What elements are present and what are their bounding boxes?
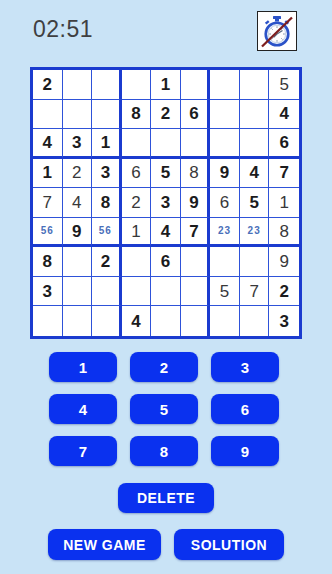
- cell-r9c9[interactable]: 3: [269, 306, 299, 336]
- cell-r8c5[interactable]: [151, 277, 181, 307]
- cell-r1c7[interactable]: [210, 70, 240, 100]
- cell-r4c7[interactable]: 9: [210, 159, 240, 189]
- cell-r5c9[interactable]: 1: [269, 188, 299, 218]
- cell-r2c3[interactable]: [92, 100, 122, 130]
- key-6[interactable]: 6: [211, 394, 279, 424]
- cell-r5c2[interactable]: 4: [63, 188, 93, 218]
- timer-toggle-button[interactable]: [257, 11, 297, 51]
- delete-button[interactable]: DELETE: [118, 483, 214, 513]
- cell-r4c6[interactable]: 8: [181, 159, 211, 189]
- cell-r4c8[interactable]: 4: [240, 159, 270, 189]
- cell-r2c1[interactable]: [33, 100, 63, 130]
- cell-r6c3[interactable]: 56: [92, 218, 122, 248]
- key-2[interactable]: 2: [130, 352, 198, 382]
- cell-r5c1[interactable]: 7: [33, 188, 63, 218]
- cell-r4c3[interactable]: 3: [92, 159, 122, 189]
- cell-r4c5[interactable]: 5: [151, 159, 181, 189]
- cell-r1c2[interactable]: [63, 70, 93, 100]
- game-timer: 02:51: [33, 16, 93, 43]
- cell-r8c1[interactable]: 3: [33, 277, 63, 307]
- key-3[interactable]: 3: [211, 352, 279, 382]
- key-1[interactable]: 1: [49, 352, 117, 382]
- cell-r1c1[interactable]: 2: [33, 70, 63, 100]
- cell-r6c4[interactable]: 1: [122, 218, 152, 248]
- cell-r2c5[interactable]: 2: [151, 100, 181, 130]
- cell-r5c5[interactable]: 3: [151, 188, 181, 218]
- cell-r6c8[interactable]: 23: [240, 218, 270, 248]
- cell-r2c7[interactable]: [210, 100, 240, 130]
- cell-r3c5[interactable]: [151, 129, 181, 159]
- cell-r2c8[interactable]: [240, 100, 270, 130]
- cell-r5c8[interactable]: 5: [240, 188, 270, 218]
- cell-r1c3[interactable]: [92, 70, 122, 100]
- cell-r7c3[interactable]: 2: [92, 247, 122, 277]
- cell-r3c9[interactable]: 6: [269, 129, 299, 159]
- cell-r3c4[interactable]: [122, 129, 152, 159]
- cell-r8c8[interactable]: 7: [240, 277, 270, 307]
- cell-r9c2[interactable]: [63, 306, 93, 336]
- cell-r8c6[interactable]: [181, 277, 211, 307]
- cell-r7c6[interactable]: [181, 247, 211, 277]
- cell-r6c2[interactable]: 9: [63, 218, 93, 248]
- cell-r3c3[interactable]: 1: [92, 129, 122, 159]
- cell-r2c6[interactable]: 6: [181, 100, 211, 130]
- cell-r9c6[interactable]: [181, 306, 211, 336]
- cell-r1c4[interactable]: [122, 70, 152, 100]
- cell-r5c7[interactable]: 6: [210, 188, 240, 218]
- cell-r2c4[interactable]: 8: [122, 100, 152, 130]
- cell-r5c4[interactable]: 2: [122, 188, 152, 218]
- cell-r8c2[interactable]: [63, 277, 93, 307]
- cell-r3c7[interactable]: [210, 129, 240, 159]
- cell-r6c7[interactable]: 23: [210, 218, 240, 248]
- cell-r3c6[interactable]: [181, 129, 211, 159]
- cell-r1c6[interactable]: [181, 70, 211, 100]
- cell-r6c6[interactable]: 7: [181, 218, 211, 248]
- cell-r2c2[interactable]: [63, 100, 93, 130]
- cell-r6c9[interactable]: 8: [269, 218, 299, 248]
- cell-r7c8[interactable]: [240, 247, 270, 277]
- key-8[interactable]: 8: [130, 436, 198, 466]
- sudoku-board: 2158264431612365894774823965156956147232…: [30, 67, 302, 339]
- solution-button[interactable]: SOLUTION: [174, 529, 284, 560]
- cell-r4c1[interactable]: 1: [33, 159, 63, 189]
- key-9[interactable]: 9: [211, 436, 279, 466]
- cell-r9c5[interactable]: [151, 306, 181, 336]
- cell-r8c4[interactable]: [122, 277, 152, 307]
- cell-r4c2[interactable]: 2: [63, 159, 93, 189]
- cell-r2c9[interactable]: 4: [269, 100, 299, 130]
- cell-r7c2[interactable]: [63, 247, 93, 277]
- cell-r9c4[interactable]: 4: [122, 306, 152, 336]
- key-5[interactable]: 5: [130, 394, 198, 424]
- cell-r9c1[interactable]: [33, 306, 63, 336]
- cell-r9c3[interactable]: [92, 306, 122, 336]
- number-keypad: 123456789: [49, 352, 279, 466]
- cell-r3c1[interactable]: 4: [33, 129, 63, 159]
- cell-r9c7[interactable]: [210, 306, 240, 336]
- key-7[interactable]: 7: [49, 436, 117, 466]
- cell-r7c4[interactable]: [122, 247, 152, 277]
- cell-r7c9[interactable]: 9: [269, 247, 299, 277]
- cell-r6c5[interactable]: 4: [151, 218, 181, 248]
- cell-r5c3[interactable]: 8: [92, 188, 122, 218]
- cell-r6c1[interactable]: 56: [33, 218, 63, 248]
- stopwatch-off-icon: [257, 39, 297, 54]
- cell-r1c9[interactable]: 5: [269, 70, 299, 100]
- cell-r3c8[interactable]: [240, 129, 270, 159]
- cell-r3c2[interactable]: 3: [63, 129, 93, 159]
- new-game-button[interactable]: NEW GAME: [48, 529, 161, 560]
- key-4[interactable]: 4: [49, 394, 117, 424]
- cell-r7c1[interactable]: 8: [33, 247, 63, 277]
- cell-r1c5[interactable]: 1: [151, 70, 181, 100]
- cell-r7c7[interactable]: [210, 247, 240, 277]
- cell-r4c4[interactable]: 6: [122, 159, 152, 189]
- cell-r5c6[interactable]: 9: [181, 188, 211, 218]
- cell-r8c3[interactable]: [92, 277, 122, 307]
- cell-r8c9[interactable]: 2: [269, 277, 299, 307]
- cell-r4c9[interactable]: 7: [269, 159, 299, 189]
- cell-r1c8[interactable]: [240, 70, 270, 100]
- cell-r7c5[interactable]: 6: [151, 247, 181, 277]
- cell-r8c7[interactable]: 5: [210, 277, 240, 307]
- cell-r9c8[interactable]: [240, 306, 270, 336]
